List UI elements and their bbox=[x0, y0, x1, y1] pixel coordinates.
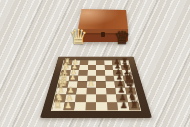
white-pawn-icon: ♟ bbox=[70, 74, 76, 81]
chess-board: ♜♟♟♜♞♟♟♞♝♟♟♝♛♟♟♛♚♟♟♚♝♟♟♝♞♟♟♞♜♟♟♜ bbox=[40, 57, 152, 118]
square-h7: ♟ bbox=[117, 102, 129, 110]
square-h1: ♜ bbox=[52, 102, 65, 110]
board-maple-inlay: ♜♟♟♜♞♟♟♞♝♟♟♝♛♟♟♛♚♟♟♚♝♟♟♝♞♟♟♞♜♟♟♜ bbox=[51, 60, 141, 111]
square-h4 bbox=[85, 102, 96, 110]
spare-black-queen-icon: ♛ bbox=[114, 29, 130, 47]
spare-white-queen-icon: ♛ bbox=[69, 27, 88, 48]
square-h2: ♟ bbox=[63, 102, 75, 110]
square-f5 bbox=[96, 88, 106, 95]
black-pawn-icon: ♟ bbox=[120, 102, 128, 111]
square-g3 bbox=[75, 94, 86, 102]
white-pawn-icon: ♟ bbox=[65, 102, 73, 111]
square-g5 bbox=[96, 94, 107, 102]
square-g4 bbox=[85, 94, 96, 102]
square-f4 bbox=[86, 88, 96, 95]
square-h3 bbox=[74, 102, 86, 110]
white-rook-icon: ♜ bbox=[53, 101, 62, 111]
square-h8: ♜ bbox=[128, 102, 141, 110]
white-pawn-icon: ♟ bbox=[88, 80, 95, 88]
square-f3 bbox=[76, 88, 86, 95]
box-clasp-icon bbox=[101, 32, 105, 37]
black-rook-icon: ♜ bbox=[130, 101, 139, 111]
square-h5 bbox=[96, 102, 107, 110]
board-squares: ♜♟♟♜♞♟♟♞♝♟♟♝♛♟♟♛♚♟♟♚♝♟♟♝♞♟♟♞♜♟♟♜ bbox=[52, 60, 140, 110]
